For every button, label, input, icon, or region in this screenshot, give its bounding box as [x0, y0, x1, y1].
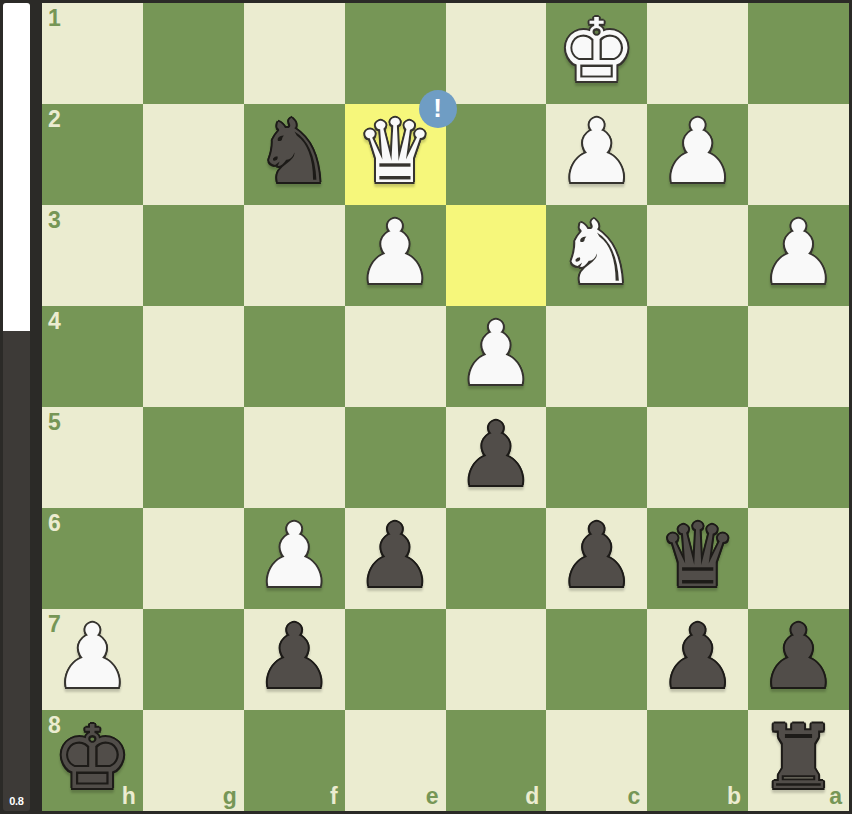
- square-c2[interactable]: ♟: [546, 104, 647, 205]
- rank-label-4: 4: [48, 310, 61, 333]
- square-e4[interactable]: [345, 306, 446, 407]
- square-b6[interactable]: ♛: [647, 508, 748, 609]
- piece-bP-b7[interactable]: ♟: [658, 613, 737, 701]
- square-h1[interactable]: 1: [42, 3, 143, 104]
- square-f5[interactable]: [244, 407, 345, 508]
- square-c1[interactable]: ♚: [546, 3, 647, 104]
- piece-wP-b2[interactable]: ♟: [658, 108, 737, 196]
- square-d6[interactable]: [446, 508, 547, 609]
- piece-wP-h7[interactable]: ♟: [53, 613, 132, 701]
- rank-label-6: 6: [48, 512, 61, 535]
- piece-wP-a3[interactable]: ♟: [759, 209, 838, 297]
- piece-wP-d4[interactable]: ♟: [456, 310, 535, 398]
- square-b5[interactable]: [647, 407, 748, 508]
- move-annotation-badge: !: [419, 90, 457, 128]
- square-a2[interactable]: [748, 104, 849, 205]
- piece-bK-h8[interactable]: ♚: [53, 714, 132, 802]
- square-b1[interactable]: [647, 3, 748, 104]
- square-c3[interactable]: ♞: [546, 205, 647, 306]
- piece-bP-f7[interactable]: ♟: [255, 613, 334, 701]
- square-g6[interactable]: [143, 508, 244, 609]
- square-b8[interactable]: b: [647, 710, 748, 811]
- square-d5[interactable]: ♟: [446, 407, 547, 508]
- square-a6[interactable]: [748, 508, 849, 609]
- square-f2[interactable]: ♞: [244, 104, 345, 205]
- square-h7[interactable]: ♟7: [42, 609, 143, 710]
- file-label-e: e: [426, 785, 439, 808]
- square-e3[interactable]: ♟: [345, 205, 446, 306]
- square-g8[interactable]: g: [143, 710, 244, 811]
- square-c6[interactable]: ♟: [546, 508, 647, 609]
- file-label-c: c: [627, 785, 640, 808]
- evaluation-score: 0.8: [3, 795, 30, 807]
- square-f3[interactable]: [244, 205, 345, 306]
- square-f8[interactable]: f: [244, 710, 345, 811]
- square-g7[interactable]: [143, 609, 244, 710]
- game-screen: 0.8 1♚2♞♛!♟♟3♟♞♟4♟5♟6♟♟♟♛♟7♟♟♟♚8hgfedcb♜…: [0, 0, 852, 814]
- square-h4[interactable]: 4: [42, 306, 143, 407]
- square-b3[interactable]: [647, 205, 748, 306]
- square-f4[interactable]: [244, 306, 345, 407]
- square-h6[interactable]: 6: [42, 508, 143, 609]
- file-label-d: d: [525, 785, 539, 808]
- square-g5[interactable]: [143, 407, 244, 508]
- rank-label-5: 5: [48, 411, 61, 434]
- square-f7[interactable]: ♟: [244, 609, 345, 710]
- square-a4[interactable]: [748, 306, 849, 407]
- rank-label-3: 3: [48, 209, 61, 232]
- square-c5[interactable]: [546, 407, 647, 508]
- piece-bP-e6[interactable]: ♟: [356, 512, 435, 600]
- square-e5[interactable]: [345, 407, 446, 508]
- square-e2[interactable]: ♛!: [345, 104, 446, 205]
- piece-bP-d5[interactable]: ♟: [456, 411, 535, 499]
- square-h8[interactable]: ♚8h: [42, 710, 143, 811]
- rank-label-2: 2: [48, 108, 61, 131]
- piece-bP-a7[interactable]: ♟: [759, 613, 838, 701]
- square-h3[interactable]: 3: [42, 205, 143, 306]
- square-f6[interactable]: ♟: [244, 508, 345, 609]
- rank-label-1: 1: [48, 7, 61, 30]
- square-g4[interactable]: [143, 306, 244, 407]
- square-e6[interactable]: ♟: [345, 508, 446, 609]
- square-b4[interactable]: [647, 306, 748, 407]
- piece-wP-e3[interactable]: ♟: [356, 209, 435, 297]
- square-b7[interactable]: ♟: [647, 609, 748, 710]
- square-a5[interactable]: [748, 407, 849, 508]
- square-e7[interactable]: [345, 609, 446, 710]
- square-f1[interactable]: [244, 3, 345, 104]
- square-h2[interactable]: 2: [42, 104, 143, 205]
- square-g2[interactable]: [143, 104, 244, 205]
- square-d4[interactable]: ♟: [446, 306, 547, 407]
- square-a7[interactable]: ♟: [748, 609, 849, 710]
- square-g1[interactable]: [143, 3, 244, 104]
- square-h5[interactable]: 5: [42, 407, 143, 508]
- square-d1[interactable]: [446, 3, 547, 104]
- file-label-f: f: [330, 785, 338, 808]
- piece-wP-c2[interactable]: ♟: [557, 108, 636, 196]
- square-d7[interactable]: [446, 609, 547, 710]
- square-e8[interactable]: e: [345, 710, 446, 811]
- evaluation-bar-white-portion: [3, 3, 30, 331]
- square-b2[interactable]: ♟: [647, 104, 748, 205]
- square-d2[interactable]: [446, 104, 547, 205]
- piece-bR-a8[interactable]: ♜: [759, 714, 838, 802]
- square-c8[interactable]: c: [546, 710, 647, 811]
- square-d8[interactable]: d: [446, 710, 547, 811]
- piece-bN-f2[interactable]: ♞: [255, 108, 334, 196]
- square-a8[interactable]: ♜a: [748, 710, 849, 811]
- file-label-g: g: [223, 785, 237, 808]
- square-a3[interactable]: ♟: [748, 205, 849, 306]
- square-g3[interactable]: [143, 205, 244, 306]
- piece-wK-c1[interactable]: ♚: [557, 7, 636, 95]
- file-label-b: b: [727, 785, 741, 808]
- square-a1[interactable]: [748, 3, 849, 104]
- piece-bQ-b6[interactable]: ♛: [658, 512, 737, 600]
- piece-wP-f6[interactable]: ♟: [255, 512, 334, 600]
- square-c7[interactable]: [546, 609, 647, 710]
- chess-board: 1♚2♞♛!♟♟3♟♞♟4♟5♟6♟♟♟♛♟7♟♟♟♚8hgfedcb♜a: [42, 3, 849, 811]
- piece-bP-c6[interactable]: ♟: [557, 512, 636, 600]
- piece-wN-c3[interactable]: ♞: [557, 209, 636, 297]
- evaluation-bar: 0.8: [3, 3, 30, 811]
- square-c4[interactable]: [546, 306, 647, 407]
- square-e1[interactable]: [345, 3, 446, 104]
- square-d3[interactable]: [446, 205, 547, 306]
